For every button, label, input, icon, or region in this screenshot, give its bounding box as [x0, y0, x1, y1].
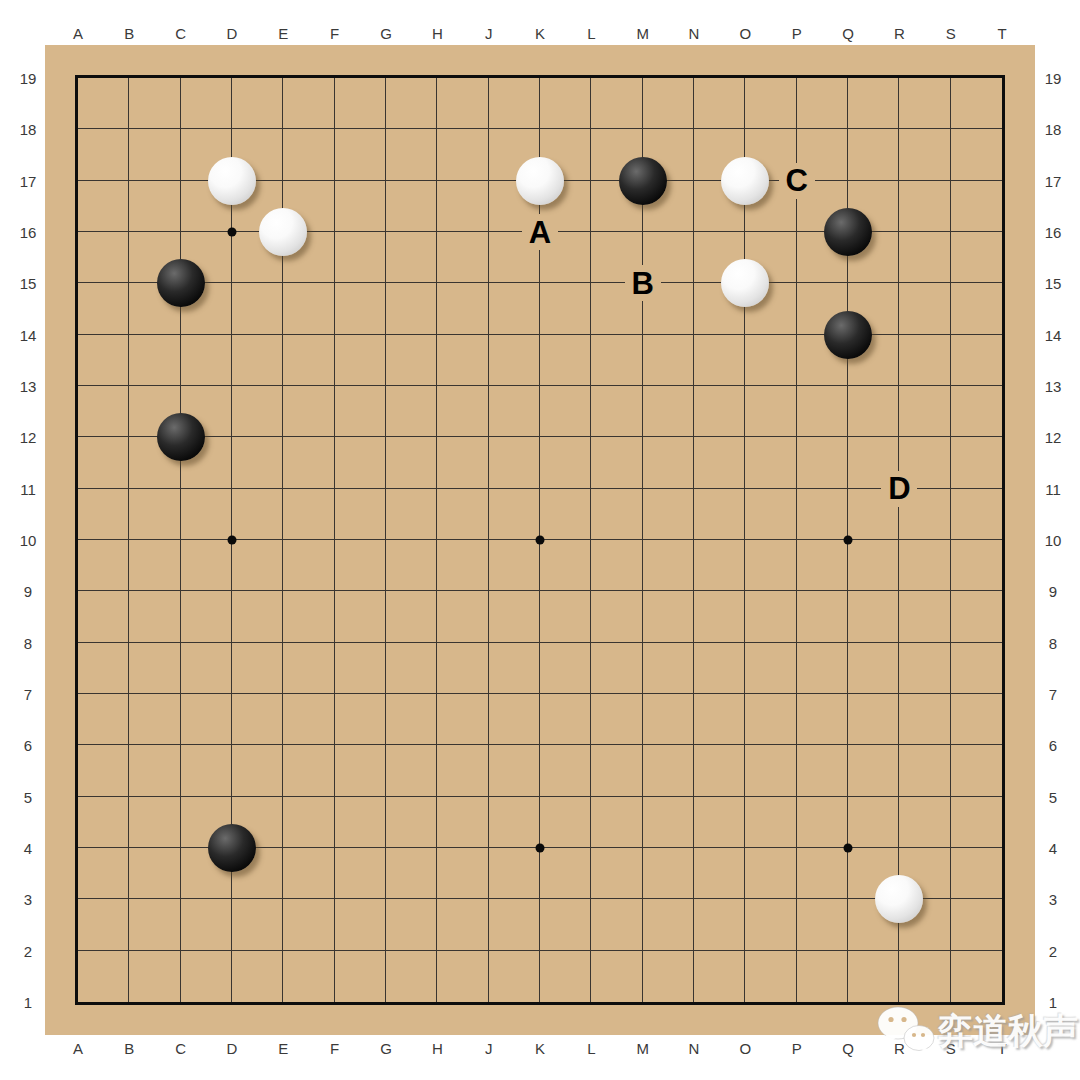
board-cell: [489, 951, 540, 1002]
board-cell: [386, 335, 437, 386]
board-cell: [899, 797, 950, 848]
star-point-q10: [844, 536, 853, 545]
board-cell: [232, 540, 283, 591]
board-cell: [78, 335, 129, 386]
board-cell: [745, 437, 796, 488]
board-cell: [745, 591, 796, 642]
board-cell: [899, 181, 950, 232]
board-cell: [489, 694, 540, 745]
board-cell: [386, 848, 437, 899]
board-cell: [129, 848, 180, 899]
coord-left-15: 15: [20, 276, 37, 291]
coord-left-2: 2: [24, 943, 32, 958]
board-cell: [745, 745, 796, 796]
board-cell: [694, 437, 745, 488]
coord-bottom-o: O: [739, 1041, 751, 1056]
board-cell: [540, 745, 591, 796]
coord-right-6: 6: [1049, 738, 1057, 753]
board-cell: [78, 745, 129, 796]
board-cell: [540, 848, 591, 899]
board-cell: [951, 129, 1002, 180]
board-cell: [899, 540, 950, 591]
wechat-icon: [874, 1005, 938, 1055]
coord-left-13: 13: [20, 379, 37, 394]
board-cell: [694, 797, 745, 848]
coord-right-5: 5: [1049, 789, 1057, 804]
board-cell: [232, 591, 283, 642]
coord-right-10: 10: [1045, 533, 1062, 548]
board-cell: [540, 643, 591, 694]
board-cell: [181, 899, 232, 950]
board-cell: [899, 386, 950, 437]
go-diagram: AABBCCDDEEFFGGHHJJKKLLMMNNOOPPQQRRSSTT19…: [0, 0, 1080, 1080]
coord-right-19: 19: [1045, 71, 1062, 86]
board-cell: [335, 283, 386, 334]
board-cell: [540, 694, 591, 745]
coord-bottom-n: N: [689, 1041, 700, 1056]
board-cell: [437, 181, 488, 232]
board-cell: [951, 540, 1002, 591]
board-cell: [386, 797, 437, 848]
board-cell: [437, 335, 488, 386]
coord-right-13: 13: [1045, 379, 1062, 394]
black-stone-m17: [619, 157, 667, 205]
board-cell: [78, 951, 129, 1002]
coord-left-11: 11: [20, 481, 36, 496]
board-cell: [899, 232, 950, 283]
board-cell: [181, 335, 232, 386]
board-cell: [78, 899, 129, 950]
white-stone-o15: [721, 259, 769, 307]
board-cell: [78, 283, 129, 334]
board-cell: [386, 540, 437, 591]
board-cell: [335, 78, 386, 129]
board-cell: [591, 745, 642, 796]
board-cell: [899, 78, 950, 129]
star-point-q4: [844, 844, 853, 853]
board-cell: [437, 283, 488, 334]
coord-bottom-g: G: [380, 1041, 392, 1056]
board-cell: [232, 437, 283, 488]
coord-bottom-e: E: [278, 1041, 288, 1056]
board-cell: [643, 694, 694, 745]
board-cell: [386, 745, 437, 796]
board-cell: [78, 797, 129, 848]
coord-top-p: P: [792, 26, 802, 41]
coord-right-7: 7: [1049, 687, 1057, 702]
board-cell: [78, 540, 129, 591]
board-cell: [951, 437, 1002, 488]
coord-top-m: M: [636, 26, 649, 41]
board-cell: [437, 489, 488, 540]
board-cell: [848, 78, 899, 129]
board-cell: [283, 489, 334, 540]
coord-right-14: 14: [1045, 327, 1062, 342]
board-cell: [181, 591, 232, 642]
board-cell: [437, 899, 488, 950]
board-cell: [643, 591, 694, 642]
board-cell: [745, 78, 796, 129]
board-cell: [386, 591, 437, 642]
coord-left-5: 5: [24, 789, 32, 804]
board-cell: [386, 232, 437, 283]
coord-right-18: 18: [1045, 122, 1062, 137]
board-cell: [386, 694, 437, 745]
board-cell: [437, 694, 488, 745]
board-cell: [129, 489, 180, 540]
board-cell: [283, 78, 334, 129]
board-cell: [694, 335, 745, 386]
coord-bottom-b: B: [124, 1041, 134, 1056]
board-cell: [335, 848, 386, 899]
board-cell: [489, 797, 540, 848]
board-cell: [232, 643, 283, 694]
coord-top-e: E: [278, 26, 288, 41]
board-cell: [848, 643, 899, 694]
board-cell: [335, 899, 386, 950]
board-cell: [78, 643, 129, 694]
board-cell: [335, 489, 386, 540]
board-cell: [283, 386, 334, 437]
board-cell: [951, 643, 1002, 694]
board-cell: [232, 694, 283, 745]
board-cell: [899, 591, 950, 642]
coord-top-o: O: [739, 26, 751, 41]
coord-top-t: T: [997, 26, 1006, 41]
board-cell: [386, 489, 437, 540]
board-cell: [437, 848, 488, 899]
board-cell: [283, 643, 334, 694]
board-cell: [848, 591, 899, 642]
board-cell: [489, 591, 540, 642]
coord-top-f: F: [330, 26, 339, 41]
watermark-text: 弈道秋声: [938, 1013, 1078, 1048]
board-cell: [437, 745, 488, 796]
white-stone-r3: [875, 875, 923, 923]
coord-bottom-f: F: [330, 1041, 339, 1056]
board-cell: [745, 899, 796, 950]
board-cell: [283, 848, 334, 899]
coord-left-10: 10: [20, 533, 37, 548]
board-cell: [489, 540, 540, 591]
board-cell: [437, 78, 488, 129]
board-cell: [489, 386, 540, 437]
coord-bottom-h: H: [432, 1041, 443, 1056]
annotation-b: B: [625, 265, 661, 301]
board-cell: [951, 283, 1002, 334]
board-cell: [78, 232, 129, 283]
coord-right-8: 8: [1049, 635, 1057, 650]
board-cell: [232, 745, 283, 796]
board-cell: [181, 951, 232, 1002]
board-cell: [745, 951, 796, 1002]
board-cell: [232, 386, 283, 437]
coord-left-12: 12: [20, 430, 37, 445]
board-cell: [694, 78, 745, 129]
coord-right-16: 16: [1045, 225, 1062, 240]
board-cell: [437, 591, 488, 642]
board-cell: [951, 745, 1002, 796]
coord-right-4: 4: [1049, 841, 1057, 856]
board-cell: [129, 335, 180, 386]
board-cell: [437, 129, 488, 180]
board-cell: [591, 591, 642, 642]
board-cell: [694, 591, 745, 642]
board-cell: [951, 181, 1002, 232]
board-cell: [335, 129, 386, 180]
board-cell: [283, 797, 334, 848]
board-cell: [232, 899, 283, 950]
board-cell: [232, 335, 283, 386]
board-cell: [643, 899, 694, 950]
board-cell: [335, 386, 386, 437]
board-cell: [129, 899, 180, 950]
board-cell: [489, 437, 540, 488]
board-cell: [129, 797, 180, 848]
board-cell: [848, 129, 899, 180]
board-cell: [283, 694, 334, 745]
coord-top-j: J: [485, 26, 493, 41]
board-cell: [489, 643, 540, 694]
coord-left-3: 3: [24, 892, 32, 907]
star-point-d10: [228, 536, 237, 545]
board-cell: [797, 951, 848, 1002]
board-cell: [78, 437, 129, 488]
board-cell: [78, 129, 129, 180]
coord-left-8: 8: [24, 635, 32, 650]
board-cell: [797, 899, 848, 950]
board-cell: [335, 335, 386, 386]
coord-right-9: 9: [1049, 584, 1057, 599]
board-cell: [797, 437, 848, 488]
board-cell: [489, 848, 540, 899]
coord-left-1: 1: [24, 995, 32, 1010]
board-cell: [540, 386, 591, 437]
board-cell: [78, 694, 129, 745]
board-cell: [797, 591, 848, 642]
board-cell: [899, 951, 950, 1002]
board-cell: [540, 899, 591, 950]
coord-right-3: 3: [1049, 892, 1057, 907]
star-point-k4: [536, 844, 545, 853]
coord-bottom-c: C: [175, 1041, 186, 1056]
board-cell: [694, 848, 745, 899]
board-cell: [745, 540, 796, 591]
coord-top-r: R: [894, 26, 905, 41]
black-stone-c15: [157, 259, 205, 307]
board-cell: [232, 489, 283, 540]
board-cell: [643, 643, 694, 694]
board-cell: [335, 951, 386, 1002]
board-cell: [386, 437, 437, 488]
board-cell: [591, 694, 642, 745]
board-cell: [848, 386, 899, 437]
board-cell: [335, 181, 386, 232]
board-cell: [694, 951, 745, 1002]
board-cell: [797, 797, 848, 848]
board-cell: [540, 489, 591, 540]
coord-top-g: G: [380, 26, 392, 41]
watermark: 弈道秋声: [874, 1004, 1064, 1056]
annotation-a: A: [522, 214, 558, 250]
board-cell: [129, 643, 180, 694]
board-cell: [643, 951, 694, 1002]
coord-left-7: 7: [24, 687, 32, 702]
board-cell: [591, 437, 642, 488]
board-cell: [745, 797, 796, 848]
coord-top-a: A: [73, 26, 83, 41]
board-cell: [489, 745, 540, 796]
board-cell: [899, 129, 950, 180]
coord-left-19: 19: [20, 71, 37, 86]
board-cell: [951, 386, 1002, 437]
board-cell: [540, 540, 591, 591]
board-cell: [129, 591, 180, 642]
coord-top-n: N: [689, 26, 700, 41]
coord-bottom-a: A: [73, 1041, 83, 1056]
board-cell: [489, 899, 540, 950]
coord-bottom-q: Q: [842, 1041, 854, 1056]
board-cell: [335, 232, 386, 283]
board-cell: [694, 489, 745, 540]
black-stone-q14: [824, 311, 872, 359]
board-cell: [951, 899, 1002, 950]
board-cell: [129, 78, 180, 129]
board-cell: [335, 797, 386, 848]
board-cell: [335, 540, 386, 591]
coord-left-18: 18: [20, 122, 37, 137]
board-cell: [540, 335, 591, 386]
board-cell: [437, 437, 488, 488]
board-cell: [951, 489, 1002, 540]
board-cell: [951, 78, 1002, 129]
board-cell: [283, 899, 334, 950]
coord-left-14: 14: [20, 327, 37, 342]
board-cell: [797, 848, 848, 899]
board-cell: [386, 78, 437, 129]
annotation-c: C: [779, 163, 815, 199]
board-cell: [386, 643, 437, 694]
board-cell: [643, 386, 694, 437]
coord-top-s: S: [946, 26, 956, 41]
coord-bottom-k: K: [535, 1041, 545, 1056]
board-cell: [437, 232, 488, 283]
board-cell: [181, 78, 232, 129]
board-cell: [437, 643, 488, 694]
board-cell: [181, 694, 232, 745]
board-cell: [283, 129, 334, 180]
board-cell: [283, 540, 334, 591]
board-cell: [283, 591, 334, 642]
board-cell: [694, 694, 745, 745]
board-cell: [489, 78, 540, 129]
board-cell: [540, 437, 591, 488]
board-cell: [386, 386, 437, 437]
board-cell: [591, 489, 642, 540]
coord-top-d: D: [227, 26, 238, 41]
board-cell: [848, 951, 899, 1002]
coord-right-12: 12: [1045, 430, 1062, 445]
coord-top-l: L: [587, 26, 595, 41]
board-cell: [797, 745, 848, 796]
white-stone-e16: [259, 208, 307, 256]
board-cell: [489, 283, 540, 334]
board-cell: [591, 643, 642, 694]
board-cell: [797, 489, 848, 540]
board-cell: [437, 540, 488, 591]
board-cell: [437, 386, 488, 437]
board-cell: [437, 797, 488, 848]
board-cell: [591, 335, 642, 386]
coord-top-q: Q: [842, 26, 854, 41]
board-cell: [335, 643, 386, 694]
board-cell: [643, 797, 694, 848]
coord-left-4: 4: [24, 841, 32, 856]
board-cell: [694, 745, 745, 796]
board-cell: [797, 78, 848, 129]
board-cell: [745, 335, 796, 386]
board-cell: [951, 335, 1002, 386]
board-cell: [129, 181, 180, 232]
board-cell: [386, 129, 437, 180]
board-cell: [694, 386, 745, 437]
board-cell: [283, 283, 334, 334]
board-cell: [745, 643, 796, 694]
black-stone-q16: [824, 208, 872, 256]
board-cell: [386, 181, 437, 232]
coord-bottom-d: D: [227, 1041, 238, 1056]
coord-top-c: C: [175, 26, 186, 41]
board-cell: [489, 489, 540, 540]
board-cell: [643, 540, 694, 591]
white-stone-d17: [208, 157, 256, 205]
board-cell: [951, 232, 1002, 283]
board-cell: [540, 283, 591, 334]
board-cell: [129, 129, 180, 180]
board-cell: [335, 437, 386, 488]
coord-bottom-j: J: [485, 1041, 493, 1056]
black-stone-c12: [157, 413, 205, 461]
board-cell: [181, 745, 232, 796]
board-cell: [899, 283, 950, 334]
board-cell: [745, 694, 796, 745]
board-cell: [591, 386, 642, 437]
board-cell: [643, 78, 694, 129]
coord-bottom-l: L: [587, 1041, 595, 1056]
board-cell: [78, 591, 129, 642]
board-cell: [899, 643, 950, 694]
board-cell: [335, 591, 386, 642]
board-cell: [643, 848, 694, 899]
board-cell: [694, 643, 745, 694]
board-cell: [540, 78, 591, 129]
coord-left-9: 9: [24, 584, 32, 599]
board-cell: [78, 181, 129, 232]
board-cell: [951, 797, 1002, 848]
board-cell: [386, 283, 437, 334]
board-cell: [643, 437, 694, 488]
board-cell: [232, 283, 283, 334]
board-cell: [78, 386, 129, 437]
board-cell: [591, 899, 642, 950]
board-cell: [335, 745, 386, 796]
board-cell: [591, 78, 642, 129]
board-cell: [591, 848, 642, 899]
white-stone-o17: [721, 157, 769, 205]
board-cell: [694, 540, 745, 591]
board-cell: [540, 797, 591, 848]
coord-bottom-p: P: [792, 1041, 802, 1056]
